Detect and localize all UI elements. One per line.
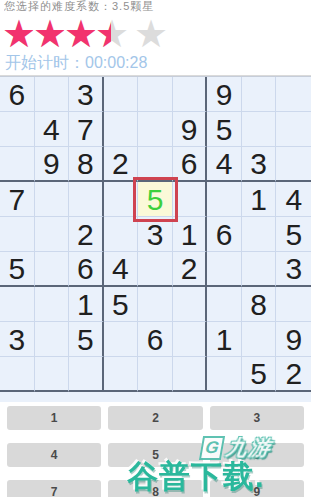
sudoku-cell-r2c2[interactable]: 4 [35,112,70,147]
sudoku-cell-r1c4[interactable] [104,77,139,112]
sudoku-cell-r4c5[interactable]: 5 [138,182,173,217]
sudoku-cell-r2c3[interactable]: 7 [69,112,104,147]
sudoku-cell-r9c7[interactable] [207,357,242,392]
sudoku-cell-r5c6[interactable]: 1 [173,217,208,252]
sudoku-cell-r8c1[interactable]: 3 [0,322,35,357]
sudoku-cell-r8c8[interactable] [242,322,277,357]
sudoku-cell-r3c9[interactable] [276,147,311,182]
sudoku-cell-r8c3[interactable]: 5 [69,322,104,357]
sudoku-cell-r5c7[interactable]: 6 [207,217,242,252]
sudoku-cell-r7c6[interactable] [173,287,208,322]
sudoku-cell-r3c1[interactable] [0,147,35,182]
sudoku-cell-r1c3[interactable]: 3 [69,77,104,112]
sudoku-board: 6394795982643751423165564231583561952 [0,77,311,392]
sudoku-cell-r9c1[interactable] [0,357,35,392]
sudoku-cell-r4c9[interactable]: 4 [276,182,311,217]
star-half-icon: ★★ [95,18,126,51]
sudoku-cell-r5c2[interactable] [35,217,70,252]
sudoku-cell-r4c7[interactable] [207,182,242,217]
sudoku-cell-r9c4[interactable] [104,357,139,392]
sudoku-cell-r4c8[interactable]: 1 [242,182,277,217]
star-full-icon: ★★ [2,18,33,51]
star-empty-icon: ★ [134,18,165,51]
sudoku-cell-r1c9[interactable] [276,77,311,112]
sudoku-cell-r8c9[interactable]: 9 [276,322,311,357]
sudoku-cell-r7c5[interactable] [138,287,173,322]
sudoku-cell-r8c4[interactable] [104,322,139,357]
sudoku-cell-r3c4[interactable]: 2 [104,147,139,182]
sudoku-cell-r6c3[interactable]: 6 [69,252,104,287]
sudoku-cell-r5c9[interactable]: 5 [276,217,311,252]
timer-label: 开始计时： [5,54,85,71]
keypad-button-6[interactable]: 6 [210,443,304,467]
sudoku-cell-r8c7[interactable]: 1 [207,322,242,357]
sudoku-cell-r6c5[interactable] [138,252,173,287]
sudoku-cell-r4c2[interactable] [35,182,70,217]
sudoku-cell-r9c9[interactable]: 2 [276,357,311,392]
sudoku-cell-r5c5[interactable]: 3 [138,217,173,252]
sudoku-cell-r6c8[interactable] [242,252,277,287]
sudoku-cell-r5c3[interactable]: 2 [69,217,104,252]
keypad-button-1[interactable]: 1 [7,406,101,430]
sudoku-cell-r8c5[interactable]: 6 [138,322,173,357]
sudoku-cell-r7c1[interactable] [0,287,35,322]
sudoku-cell-r9c6[interactable] [173,357,208,392]
sudoku-cell-r4c6[interactable] [173,182,208,217]
sudoku-cell-r6c4[interactable]: 4 [104,252,139,287]
sudoku-cell-r4c3[interactable] [69,182,104,217]
sudoku-cell-r3c5[interactable] [138,147,173,182]
sudoku-cell-r9c8[interactable]: 5 [242,357,277,392]
sudoku-cell-r7c9[interactable] [276,287,311,322]
star-rating: ★★★★★★★★★ [2,18,311,51]
sudoku-cell-r6c2[interactable] [35,252,70,287]
keypad-button-2[interactable]: 2 [108,406,202,430]
sudoku-cell-r5c8[interactable] [242,217,277,252]
keypad-button-4[interactable]: 4 [7,443,101,467]
timer: 开始计时：00:00:28 [5,53,311,73]
sudoku-cell-r9c2[interactable] [35,357,70,392]
keypad-button-3[interactable]: 3 [210,406,304,430]
sudoku-cell-r1c2[interactable] [35,77,70,112]
board-area: 6394795982643751423165564231583561952 [0,76,311,402]
sudoku-cell-r9c5[interactable] [138,357,173,392]
sudoku-cell-r7c4[interactable]: 5 [104,287,139,322]
keypad-button-8[interactable]: 8 [108,480,202,497]
keypad-button-7[interactable]: 7 [7,480,101,497]
sudoku-cell-r8c6[interactable] [173,322,208,357]
star-full-icon: ★★ [33,18,64,51]
sudoku-cell-r7c3[interactable]: 1 [69,287,104,322]
sudoku-cell-r6c1[interactable]: 5 [0,252,35,287]
sudoku-cell-r2c4[interactable] [104,112,139,147]
sudoku-cell-r4c4[interactable] [104,182,139,217]
sudoku-cell-r1c1[interactable]: 6 [0,77,35,112]
sudoku-cell-r8c2[interactable] [35,322,70,357]
sudoku-cell-r3c8[interactable]: 3 [242,147,277,182]
sudoku-cell-r3c6[interactable]: 6 [173,147,208,182]
sudoku-cell-r2c9[interactable] [276,112,311,147]
sudoku-cell-r7c7[interactable] [207,287,242,322]
keypad-button-5[interactable]: 5 [108,443,202,467]
sudoku-cell-r2c1[interactable] [0,112,35,147]
timer-value: 00:00:28 [85,54,147,71]
sudoku-cell-r4c1[interactable]: 7 [0,182,35,217]
sudoku-cell-r1c5[interactable] [138,77,173,112]
keypad-button-9[interactable]: 9 [210,480,304,497]
sudoku-cell-r1c7[interactable]: 9 [207,77,242,112]
sudoku-cell-r3c3[interactable]: 8 [69,147,104,182]
sudoku-cell-r2c7[interactable]: 5 [207,112,242,147]
sudoku-cell-r6c6[interactable]: 2 [173,252,208,287]
difficulty-label: 您选择的难度系数：3.5颗星 [4,0,311,13]
sudoku-cell-r7c8[interactable]: 8 [242,287,277,322]
number-keypad: 123456789 [0,402,311,497]
sudoku-cell-r5c4[interactable] [104,217,139,252]
sudoku-cell-r1c8[interactable] [242,77,277,112]
sudoku-cell-r2c6[interactable]: 9 [173,112,208,147]
sudoku-cell-r2c8[interactable] [242,112,277,147]
sudoku-cell-r2c5[interactable] [138,112,173,147]
sudoku-cell-r6c9[interactable]: 3 [276,252,311,287]
sudoku-cell-r7c2[interactable] [35,287,70,322]
sudoku-cell-r5c1[interactable] [0,217,35,252]
sudoku-cell-r9c3[interactable] [69,357,104,392]
sudoku-cell-r6c7[interactable] [207,252,242,287]
sudoku-cell-r3c2[interactable]: 9 [35,147,70,182]
sudoku-cell-r3c7[interactable]: 4 [207,147,242,182]
sudoku-cell-r1c6[interactable] [173,77,208,112]
star-full-icon: ★★ [64,18,95,51]
